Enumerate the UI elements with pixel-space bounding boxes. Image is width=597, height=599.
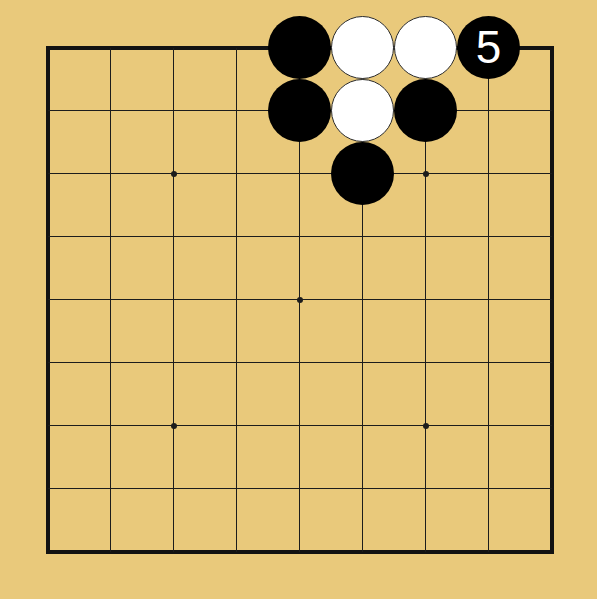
star-point bbox=[297, 297, 303, 303]
grid-line-horizontal bbox=[48, 362, 552, 363]
black-stone-H9: 5 bbox=[457, 16, 520, 79]
black-stone-F7 bbox=[331, 142, 394, 205]
go-diagram: 5 bbox=[0, 0, 597, 599]
grid-line-vertical bbox=[488, 48, 489, 552]
black-stone-E8 bbox=[268, 79, 331, 142]
grid-line-horizontal bbox=[48, 425, 552, 426]
star-point bbox=[171, 171, 177, 177]
star-point bbox=[423, 171, 429, 177]
black-stone-E9 bbox=[268, 16, 331, 79]
black-stone-G8 bbox=[394, 79, 457, 142]
move-number-label: 5 bbox=[476, 24, 502, 70]
white-stone-F8 bbox=[331, 79, 394, 142]
grid-line-horizontal bbox=[48, 488, 552, 489]
star-point bbox=[423, 423, 429, 429]
star-point bbox=[171, 423, 177, 429]
white-stone-F9 bbox=[331, 16, 394, 79]
white-stone-G9 bbox=[394, 16, 457, 79]
